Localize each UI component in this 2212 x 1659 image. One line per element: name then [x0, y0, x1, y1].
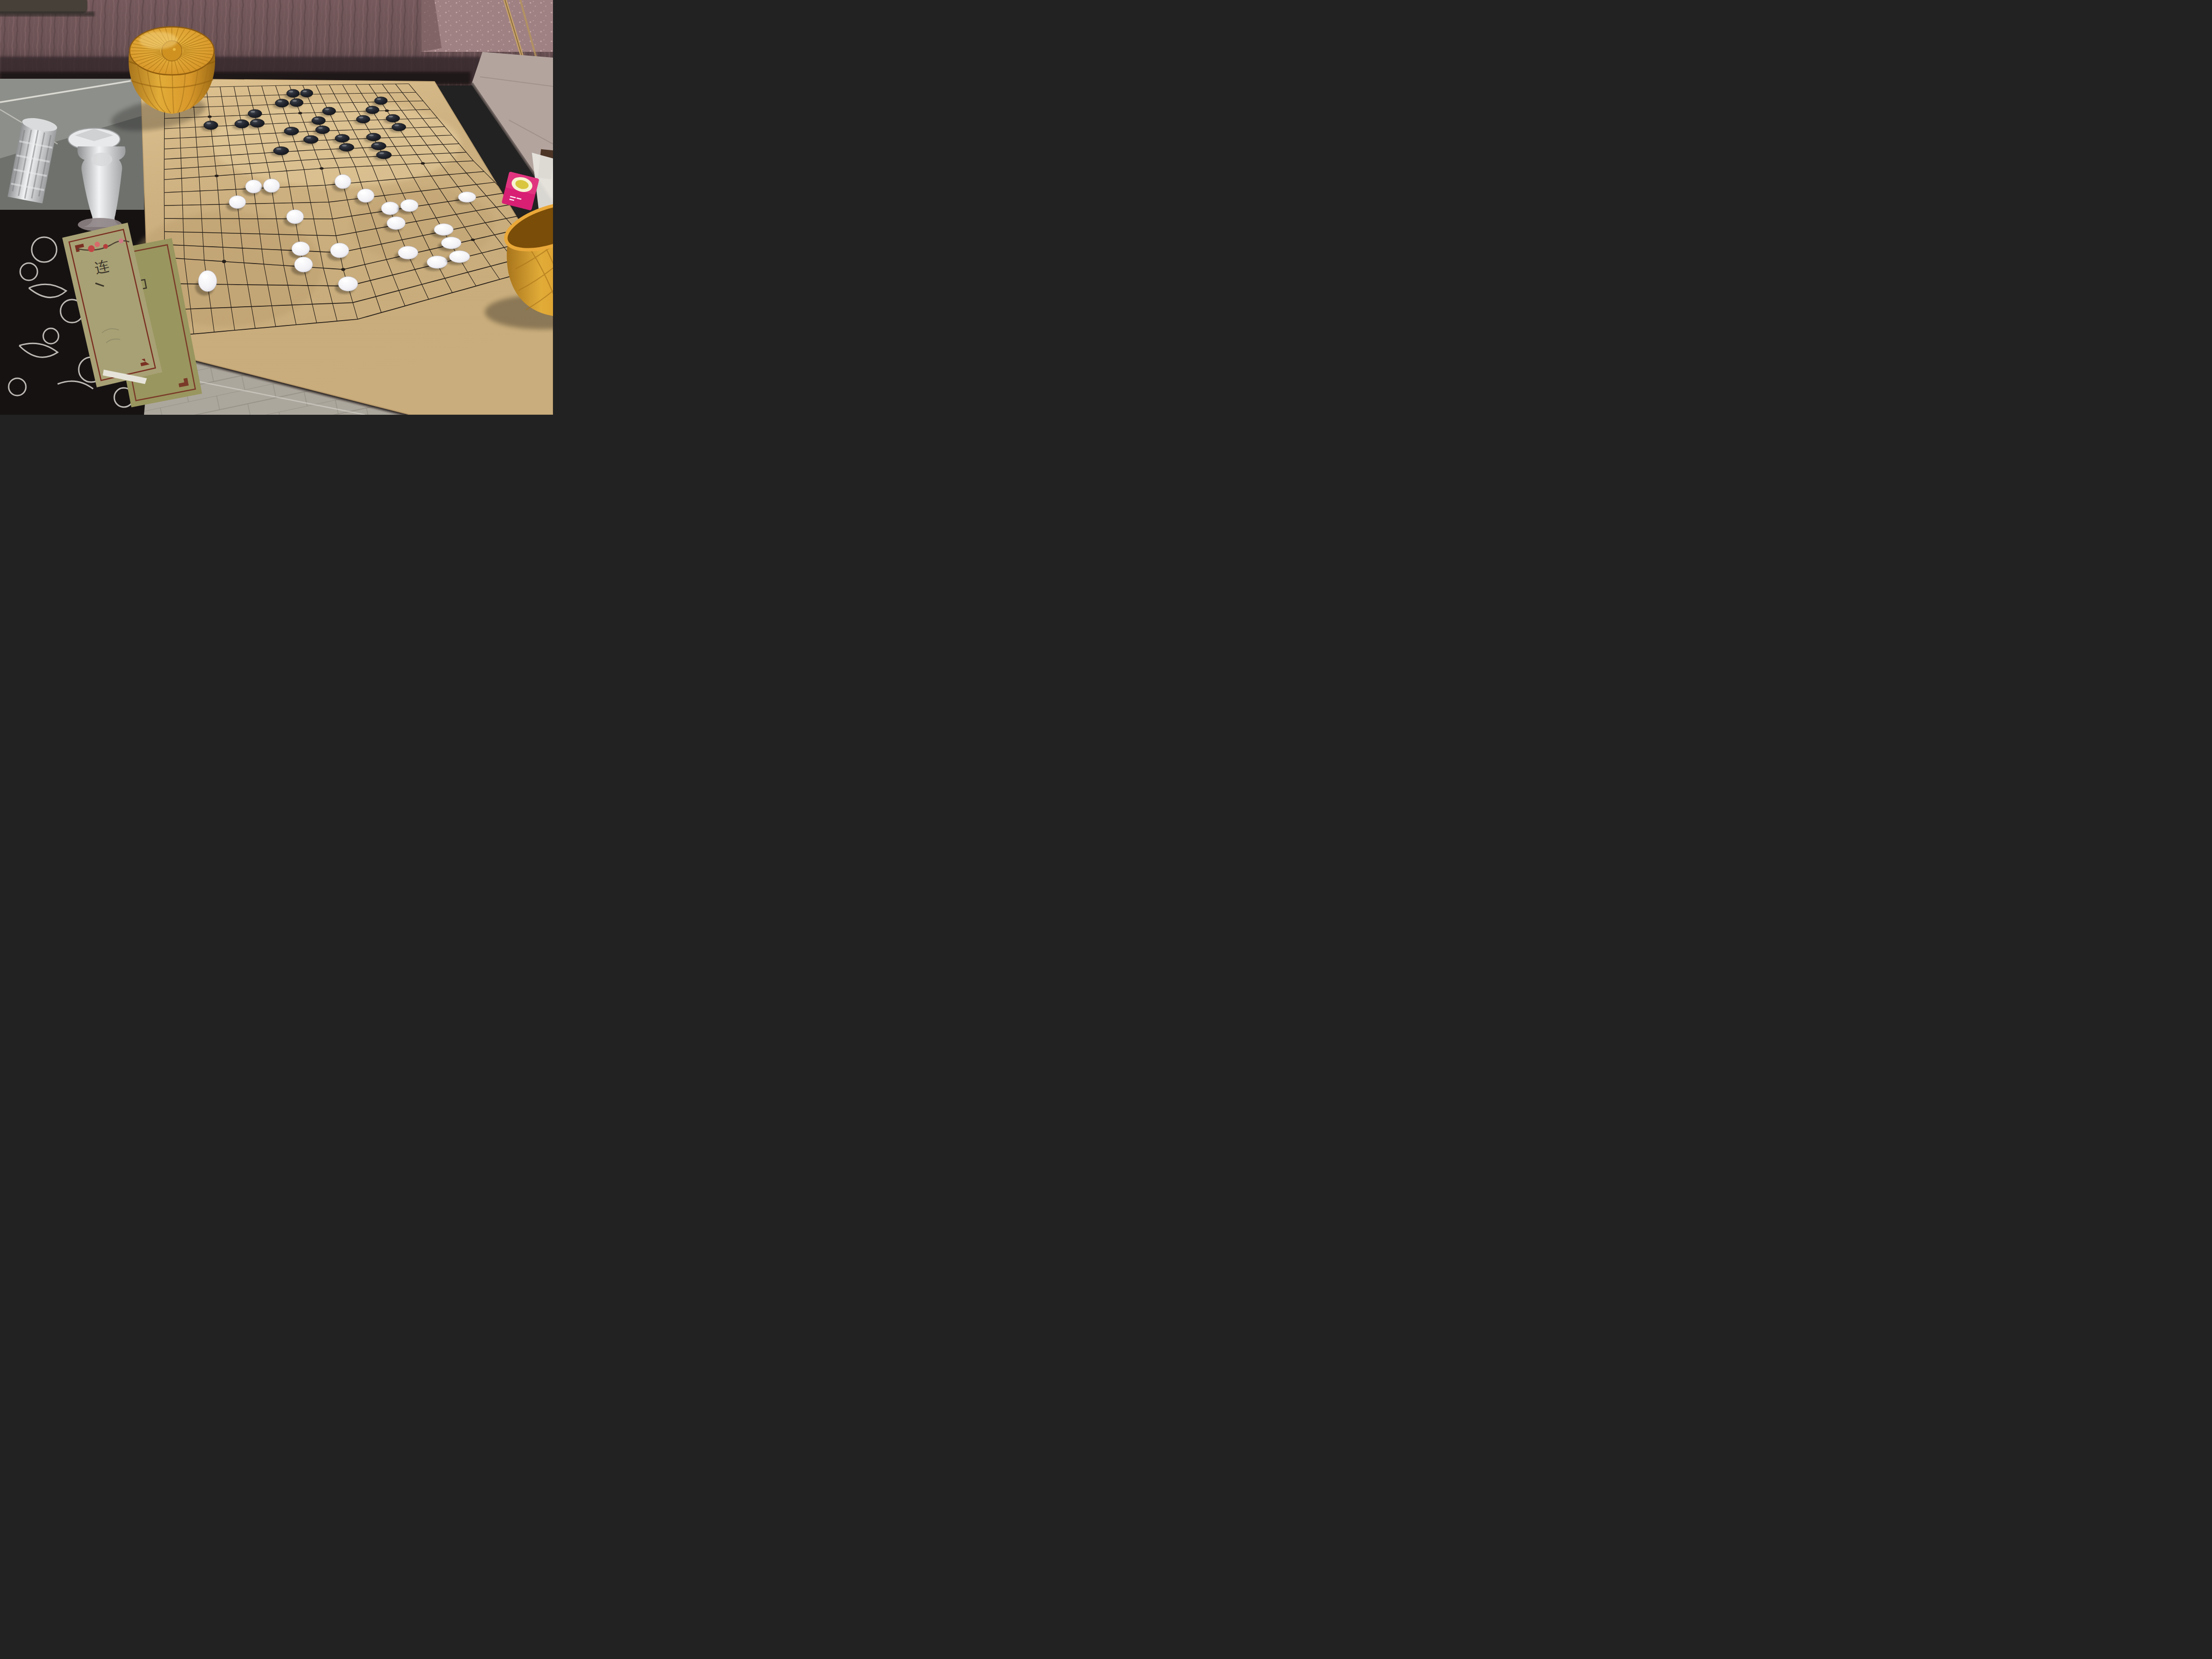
black-stone	[366, 133, 381, 141]
stone-highlight	[390, 219, 396, 222]
black-stone	[287, 89, 300, 97]
white-stone	[292, 241, 310, 255]
black-stone	[284, 127, 299, 135]
stone-highlight	[404, 201, 409, 204]
stone-highlight	[253, 120, 257, 122]
star-point	[385, 109, 389, 112]
stone-highlight	[206, 122, 211, 124]
black-stone	[275, 99, 289, 107]
stone-highlight	[342, 279, 348, 282]
black-stone	[376, 151, 392, 159]
black-stone	[356, 115, 370, 123]
black-stone	[366, 106, 379, 114]
stone-highlight	[395, 124, 399, 126]
stone-highlight	[438, 226, 444, 228]
stone-highlight	[318, 127, 323, 129]
white-stone	[198, 270, 216, 291]
black-stone	[323, 107, 336, 115]
white-stone	[229, 195, 246, 208]
stone-highlight	[453, 252, 460, 255]
white-stone	[398, 246, 418, 259]
stone-highlight	[338, 135, 343, 137]
black-stone	[386, 114, 399, 122]
stone-highlight	[431, 258, 438, 261]
black-stone	[301, 89, 313, 97]
white-stone	[400, 199, 418, 212]
black-stone	[312, 117, 325, 125]
stone-highlight	[325, 108, 329, 110]
black-stone	[335, 134, 349, 143]
stone-highlight	[445, 239, 451, 241]
photo-of-go-game: 连	[0, 0, 553, 415]
stone-highlight	[389, 116, 393, 118]
star-point	[215, 175, 218, 177]
scene-canvas: 连	[0, 0, 553, 415]
stone-highlight	[368, 107, 373, 109]
stone-highlight	[369, 134, 374, 136]
star-point	[208, 115, 212, 118]
stone-highlight	[238, 121, 242, 123]
black-stone	[290, 98, 303, 107]
stone-highlight	[374, 144, 379, 145]
black-stone	[374, 97, 387, 105]
black-stone	[204, 121, 218, 130]
black-stone	[235, 120, 249, 128]
white-stone	[287, 210, 304, 224]
stone-highlight	[359, 117, 363, 119]
stone-highlight	[249, 182, 254, 185]
stone-highlight	[202, 274, 207, 279]
white-stone	[335, 174, 351, 189]
stone-highlight	[361, 191, 366, 194]
stone-highlight	[298, 259, 303, 263]
white-stone	[427, 256, 447, 268]
black-stone	[372, 142, 386, 150]
white-stone	[441, 237, 461, 249]
stone-highlight	[303, 90, 307, 92]
white-stone	[264, 179, 280, 192]
stone-highlight	[377, 98, 381, 100]
star-point	[298, 112, 302, 114]
star-point	[222, 260, 226, 263]
star-point	[320, 167, 324, 169]
stone-highlight	[379, 152, 384, 154]
stone-highlight	[402, 248, 408, 251]
stone-highlight	[334, 245, 340, 249]
stone-highlight	[278, 100, 282, 102]
stone-highlight	[314, 118, 319, 120]
black-stone	[248, 109, 262, 118]
star-point	[341, 268, 345, 271]
white-stone	[245, 180, 262, 193]
stone-highlight	[276, 148, 281, 150]
stone-highlight	[266, 181, 272, 184]
black-stone	[315, 126, 329, 134]
black-stone	[392, 123, 406, 131]
stone-highlight	[295, 244, 301, 247]
white-stone	[387, 216, 405, 229]
couch-seat-cushion	[0, 0, 87, 13]
white-stone	[330, 243, 349, 258]
white-stone	[294, 257, 313, 272]
star-point	[421, 162, 425, 165]
stone-highlight	[232, 198, 238, 201]
white-stone	[434, 224, 453, 236]
black-stone	[339, 144, 354, 152]
black-stone	[303, 135, 318, 144]
stone-highlight	[251, 111, 255, 113]
stone-highlight	[462, 193, 468, 196]
stone-highlight	[289, 91, 293, 93]
white-stone	[357, 189, 374, 202]
black-stone	[250, 119, 264, 127]
stone-highlight	[342, 144, 347, 146]
white-stone	[381, 202, 399, 215]
white-stone	[338, 276, 358, 291]
stone-highlight	[287, 128, 292, 130]
stone-highlight	[306, 137, 311, 139]
white-stone	[458, 192, 476, 203]
stone-highlight	[338, 177, 343, 180]
stone-highlight	[292, 100, 297, 102]
stone-highlight	[290, 212, 295, 215]
white-stone	[449, 251, 470, 263]
stone-highlight	[385, 204, 390, 207]
star-point	[471, 239, 475, 241]
black-stone	[274, 146, 289, 155]
